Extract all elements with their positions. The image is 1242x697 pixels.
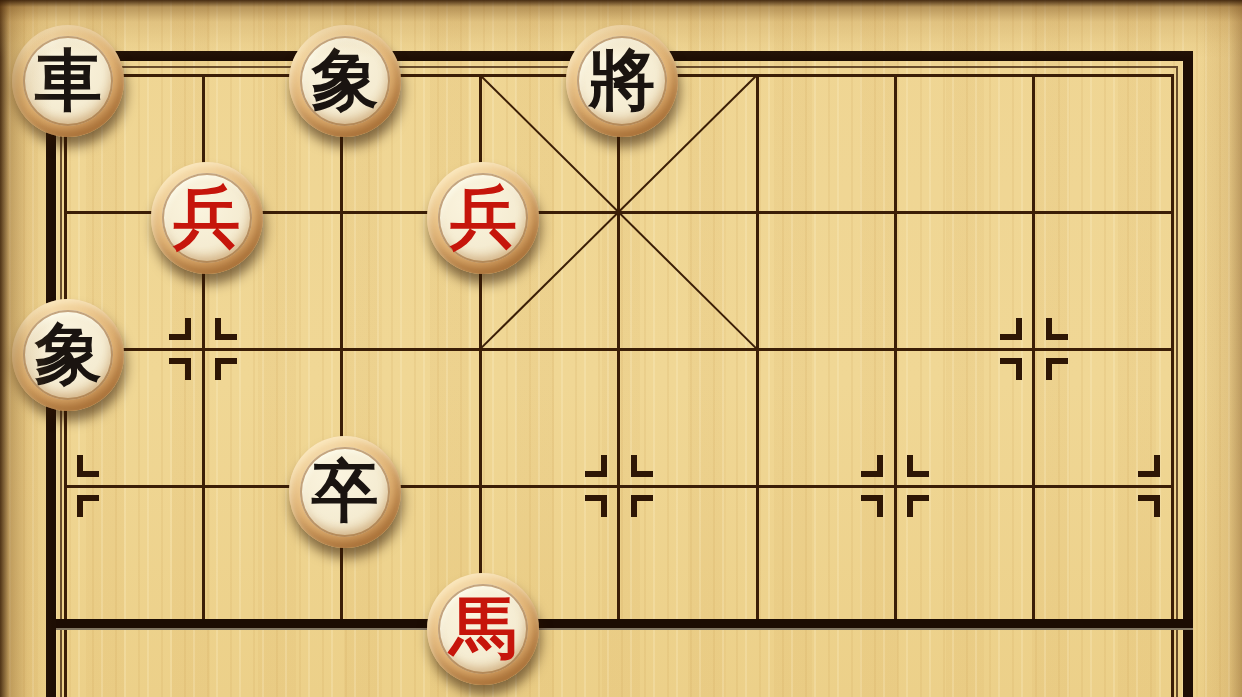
piece-black-elephant[interactable]: 象 — [12, 299, 124, 411]
piece-red-soldier[interactable]: 兵 — [427, 162, 539, 274]
piece-black-general[interactable]: 將 — [566, 25, 678, 137]
piece-black-elephant[interactable]: 象 — [289, 25, 401, 137]
piece-black-chariot[interactable]: 車 — [12, 25, 124, 137]
black-general-glyph: 將 — [566, 25, 678, 137]
xiangqi-board: 車象將兵兵象卒馬 — [0, 0, 1242, 697]
piece-black-soldier[interactable]: 卒 — [289, 436, 401, 548]
black-soldier-glyph: 卒 — [289, 436, 401, 548]
red-horse-glyph: 馬 — [427, 573, 539, 685]
red-soldier-glyph: 兵 — [151, 162, 263, 274]
black-chariot-glyph: 車 — [12, 25, 124, 137]
black-elephant-glyph: 象 — [12, 299, 124, 411]
piece-red-horse[interactable]: 馬 — [427, 573, 539, 685]
piece-grid: 車象將兵兵象卒馬 — [0, 7, 1242, 697]
red-soldier-glyph: 兵 — [427, 162, 539, 274]
piece-red-soldier[interactable]: 兵 — [151, 162, 263, 274]
black-elephant-glyph: 象 — [289, 25, 401, 137]
